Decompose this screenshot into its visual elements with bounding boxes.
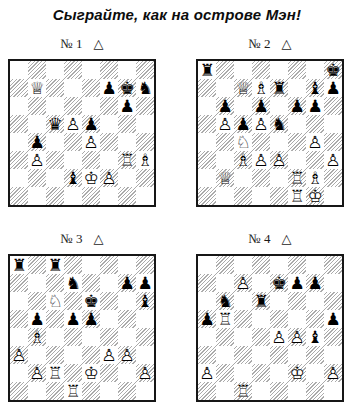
square [198,274,216,292]
square [46,310,64,328]
black-king-piece: ♚♚ [118,79,136,97]
black-pawn-piece: ♟♟ [28,133,46,151]
white-pawn-piece: ♟♙ [324,364,342,382]
square [234,187,252,205]
square [64,97,82,115]
square [28,346,46,364]
square [100,133,118,151]
square [136,382,154,400]
square [270,133,288,151]
square: ♜♜ [252,292,270,310]
square [324,328,342,346]
black-knight-piece: ♞♞ [216,292,234,310]
square [118,169,136,187]
square: ♝♝ [136,292,154,310]
square: ♝♗ [234,151,252,169]
square: ♟♟ [82,310,100,328]
square [234,97,252,115]
square [136,133,154,151]
square: ♟♙ [28,364,46,382]
white-pawn-piece: ♟♙ [28,364,46,382]
square [234,61,252,79]
black-king-piece: ♚♚ [270,274,288,292]
white-rook-piece: ♜♖ [46,364,64,382]
black-bishop-piece: ♝♝ [306,328,324,346]
white-pawn-piece: ♟♙ [10,346,28,364]
white-pawn-piece: ♟♙ [82,133,100,151]
square: ♟♙ [100,346,118,364]
square [324,274,342,292]
square: ♚♚ [270,274,288,292]
square [100,310,118,328]
square: ♟♙ [118,346,136,364]
square [270,97,288,115]
square [288,256,306,274]
white-queen-piece: ♛♕ [28,79,46,97]
square [10,187,28,205]
square [198,382,216,400]
black-rook-piece: ♜♜ [252,292,270,310]
square [198,187,216,205]
square [306,310,324,328]
diagram-4-label: № 4 △ [196,231,344,246]
square [82,151,100,169]
square [288,151,306,169]
white-pawn-piece: ♟♙ [118,346,136,364]
square [306,115,324,133]
black-pawn-piece: ♟♟ [64,310,82,328]
white-king-piece: ♚♔ [82,169,100,187]
square: ♟♙ [252,115,270,133]
square [82,328,100,346]
square [270,364,288,382]
square: ♛♕ [216,169,234,187]
square [252,328,270,346]
square: ♟♙ [270,151,288,169]
square [10,61,28,79]
black-pawn-piece: ♟♟ [306,97,324,115]
square [10,310,28,328]
square [216,61,234,79]
square [46,187,64,205]
square: ♟♟ [306,274,324,292]
black-pawn-piece: ♟♟ [216,97,234,115]
square: ♟♟ [64,310,82,328]
square: ♟♙ [324,364,342,382]
white-rook-piece: ♜♖ [288,187,306,205]
white-king-piece: ♚♔ [306,187,324,205]
square [270,256,288,274]
square [100,151,118,169]
square [10,328,28,346]
square [288,310,306,328]
square [198,169,216,187]
square: ♝♗ [136,151,154,169]
square [46,274,64,292]
square [270,169,288,187]
square [252,382,270,400]
chess-board-4: ♟♙♚♚♟♟♟♟♞♞♜♜♟♟♜♖♟♟♟♙♟♙♝♝♟♙♚♔♟♙♜♖ [196,254,344,402]
white-pawn-piece: ♟♙ [270,328,288,346]
square [306,346,324,364]
white-pawn-piece: ♟♙ [100,169,118,187]
square: ♟♙ [288,328,306,346]
square: ♚♚ [82,292,100,310]
white-to-move-icon: △ [282,232,292,245]
square: ♟♟ [82,115,100,133]
square [216,274,234,292]
square [82,79,100,97]
square: ♜♖ [118,151,136,169]
square [118,328,136,346]
square [46,79,64,97]
diagram-2-label: № 2 △ [196,36,344,51]
black-pawn-piece: ♟♟ [82,115,100,133]
square [82,256,100,274]
square [324,346,342,364]
square [270,382,288,400]
square: ♟♟ [288,274,306,292]
black-pawn-piece: ♟♟ [136,274,154,292]
black-knight-piece: ♞♞ [136,79,154,97]
square [82,382,100,400]
square [234,346,252,364]
square: ♜♖ [288,187,306,205]
square: ♟♟ [100,79,118,97]
square [252,256,270,274]
square [216,187,234,205]
square [252,274,270,292]
diagram-number: № 3 [60,231,82,247]
square [252,169,270,187]
white-queen-piece: ♛♕ [216,169,234,187]
square [252,187,270,205]
square [198,151,216,169]
square [28,97,46,115]
square [10,79,28,97]
square [324,133,342,151]
square: ♟♙ [252,151,270,169]
page-title: Сыграйте, как на острове Мэн! [0,0,354,23]
white-pawn-piece: ♟♙ [136,364,154,382]
white-rook-piece: ♜♖ [118,151,136,169]
square [324,187,342,205]
square: ♟♙ [82,133,100,151]
square [324,115,342,133]
black-pawn-piece: ♟♟ [198,310,216,328]
square [10,382,28,400]
diagram-number: № 4 [248,231,270,247]
square [270,61,288,79]
square [288,292,306,310]
square [82,61,100,79]
square [64,328,82,346]
square [46,61,64,79]
black-rook-piece: ♜♜ [270,79,288,97]
square: ♜♜ [198,61,216,79]
white-pawn-piece: ♟♙ [198,364,216,382]
square [234,256,252,274]
square: ♜♜ [46,256,64,274]
black-pawn-piece: ♟♟ [306,274,324,292]
square: ♟♟ [118,274,136,292]
square [216,79,234,97]
white-bishop-piece: ♝♗ [234,151,252,169]
square [100,364,118,382]
square: ♟♙ [234,274,252,292]
square [270,187,288,205]
square [288,61,306,79]
square [64,151,82,169]
square [10,292,28,310]
square: ♝♗ [28,328,46,346]
square [198,346,216,364]
black-king-piece: ♚♚ [82,292,100,310]
black-pawn-piece: ♟♟ [118,274,136,292]
square [118,115,136,133]
square [28,115,46,133]
square: ♟♟ [118,97,136,115]
square: ♟♙ [216,115,234,133]
diagram-1: № 1 △ ♛♕♟♟♚♚♞♞♟♟♛♛♟♙♟♟♟♟♟♙♟♙♜♖♝♗♝♝♚♔♟♙ [8,36,156,207]
square [198,256,216,274]
white-bishop-piece: ♝♗ [28,328,46,346]
white-rook-piece: ♜♖ [288,169,306,187]
black-pawn-piece: ♟♟ [324,79,342,97]
square [82,187,100,205]
square [288,133,306,151]
black-king-piece: ♚♚ [324,61,342,79]
square [324,256,342,274]
square [64,346,82,364]
square [10,97,28,115]
square [46,346,64,364]
square [100,292,118,310]
square [136,328,154,346]
square [306,61,324,79]
square [136,97,154,115]
square [46,328,64,346]
white-to-move-icon: △ [282,37,292,50]
square: ♝♗ [252,79,270,97]
square: ♝♝ [306,79,324,97]
diagram-grid: № 1 △ ♛♕♟♟♚♚♞♞♟♟♛♛♟♙♟♟♟♟♟♙♟♙♜♖♝♗♝♝♚♔♟♙ №… [0,36,354,402]
square [252,61,270,79]
square [216,346,234,364]
square [82,97,100,115]
white-pawn-piece: ♟♙ [100,346,118,364]
square: ♟♟ [288,97,306,115]
square [118,310,136,328]
white-bishop-piece: ♝♗ [136,151,154,169]
square: ♜♖ [234,382,252,400]
square: ♛♕ [234,79,252,97]
square: ♟♟ [324,310,342,328]
chess-board-1: ♛♕♟♟♚♚♞♞♟♟♛♛♟♙♟♟♟♟♟♙♟♙♜♖♝♗♝♝♚♔♟♙ [8,59,156,207]
square [136,346,154,364]
square [288,79,306,97]
square [234,169,252,187]
square [46,169,64,187]
square [306,151,324,169]
square [118,292,136,310]
square [28,382,46,400]
square: ♟♟ [234,115,252,133]
black-pawn-piece: ♟♟ [234,115,252,133]
square: ♜♖ [64,382,82,400]
square [64,133,82,151]
square [82,274,100,292]
square: ♜♖ [288,169,306,187]
square [100,187,118,205]
square: ♟♟ [324,79,342,97]
square [100,328,118,346]
white-pawn-piece: ♟♙ [64,115,82,133]
square [216,133,234,151]
square: ♟♙ [28,151,46,169]
puzzle-page: Сыграйте, как на острове Мэн! № 1 △ ♛♕♟♟… [0,0,354,409]
diagram-number: № 1 [60,36,82,52]
square [136,61,154,79]
square [82,346,100,364]
black-pawn-piece: ♟♟ [118,97,136,115]
black-rook-piece: ♜♜ [198,61,216,79]
square [216,364,234,382]
black-pawn-piece: ♟♟ [82,310,100,328]
square [100,274,118,292]
square: ♚♔ [82,364,100,382]
white-pawn-piece: ♟♙ [252,151,270,169]
square [324,97,342,115]
square: ♜♜ [270,79,288,97]
square: ♟♟ [28,133,46,151]
white-pawn-piece: ♟♙ [252,115,270,133]
square [270,346,288,364]
diagram-3: № 3 △ ♜♜♜♜♞♞♟♟♟♟♞♘♚♚♝♝♟♟♟♟♟♟♝♗♟♙♟♙♟♙♟♙♜♖… [8,231,156,402]
white-to-move-icon: △ [94,37,104,50]
square [118,256,136,274]
square [28,169,46,187]
diagram-2: № 2 △ ♜♜♚♚♛♕♝♗♜♜♝♝♟♟♟♟♟♟♟♟♟♟♟♙♟♟♟♙♞♞♞♘♟♙… [196,36,344,207]
square: ♜♖ [46,364,64,382]
square [64,79,82,97]
square [216,328,234,346]
square: ♝♝ [64,169,82,187]
chess-board-2: ♜♜♚♚♛♕♝♗♜♜♝♝♟♟♟♟♟♟♟♟♟♟♟♙♟♟♟♙♞♞♞♘♟♙♝♗♟♙♟♙… [196,59,344,207]
black-bishop-piece: ♝♝ [64,169,82,187]
chess-board-3: ♜♜♜♜♞♞♟♟♟♟♞♘♚♚♝♝♟♟♟♟♟♟♝♗♟♙♟♙♟♙♟♙♜♖♚♔♟♙♜♖ [8,254,156,402]
square [136,310,154,328]
square [306,256,324,274]
square [46,151,64,169]
square [252,310,270,328]
square: ♞♞ [216,292,234,310]
square [28,292,46,310]
square [10,133,28,151]
square: ♟♙ [198,364,216,382]
square [10,151,28,169]
square [136,115,154,133]
square: ♟♙ [10,346,28,364]
square: ♛♛ [46,115,64,133]
diagram-number: № 2 [248,36,270,52]
square [136,169,154,187]
square: ♟♙ [270,328,288,346]
square [64,187,82,205]
square [324,292,342,310]
square: ♚♚ [324,61,342,79]
square: ♞♞ [270,115,288,133]
diagram-3-label: № 3 △ [8,231,156,246]
square: ♟♙ [64,115,82,133]
square [306,364,324,382]
square: ♝♝ [306,328,324,346]
square [288,115,306,133]
black-rook-piece: ♜♜ [10,256,28,274]
square [234,310,252,328]
square [198,115,216,133]
square [100,115,118,133]
white-bishop-piece: ♝♗ [252,79,270,97]
square: ♚♔ [288,364,306,382]
square: ♟♟ [136,274,154,292]
square [28,274,46,292]
square: ♟♟ [252,97,270,115]
white-king-piece: ♚♔ [288,364,306,382]
square [46,133,64,151]
square [252,364,270,382]
square: ♜♖ [216,310,234,328]
square [28,61,46,79]
square: ♟♙ [100,169,118,187]
square: ♞♘ [234,133,252,151]
white-pawn-piece: ♟♙ [270,151,288,169]
square: ♚♚ [118,79,136,97]
square [252,346,270,364]
black-pawn-piece: ♟♟ [252,97,270,115]
square: ♛♕ [28,79,46,97]
square: ♟♙ [324,151,342,169]
square: ♚♔ [82,169,100,187]
square [28,187,46,205]
square [324,169,342,187]
square [64,61,82,79]
square [118,364,136,382]
square: ♞♘ [46,292,64,310]
square: ♚♔ [306,187,324,205]
square [64,364,82,382]
square [118,61,136,79]
square [270,310,288,328]
square [306,382,324,400]
square [324,382,342,400]
square [306,292,324,310]
black-queen-piece: ♛♛ [46,115,64,133]
black-rook-piece: ♜♜ [46,256,64,274]
white-pawn-piece: ♟♙ [288,328,306,346]
white-rook-piece: ♜♖ [234,382,252,400]
square: ♟♙ [136,364,154,382]
white-rook-piece: ♜♖ [216,310,234,328]
square [234,364,252,382]
square [100,61,118,79]
square [270,292,288,310]
diagram-1-label: № 1 △ [8,36,156,51]
square [252,133,270,151]
square [28,256,46,274]
square [64,256,82,274]
square [198,79,216,97]
